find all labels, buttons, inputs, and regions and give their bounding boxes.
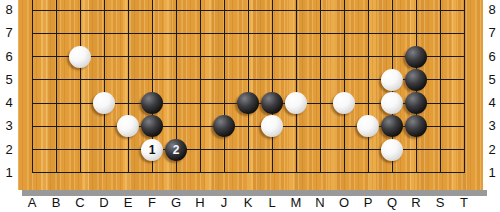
board-intersection[interactable]: [452, 138, 476, 161]
board-intersection[interactable]: [116, 22, 140, 45]
board-intersection[interactable]: [332, 161, 356, 184]
board-intersection[interactable]: [332, 45, 356, 68]
board-intersection[interactable]: [44, 0, 68, 22]
board-intersection[interactable]: [380, 68, 404, 91]
white-stone: [381, 139, 403, 161]
board-intersection[interactable]: [236, 161, 260, 184]
board-intersection[interactable]: [212, 22, 236, 45]
column-label: C: [68, 195, 92, 212]
row-label-right: 2: [484, 142, 500, 158]
board-intersection[interactable]: [140, 91, 164, 114]
row-label-left: 5: [1, 72, 17, 88]
white-stone: [357, 115, 379, 137]
board-intersection[interactable]: [260, 115, 284, 138]
board-grid: 12: [20, 0, 476, 185]
white-stone: [117, 115, 139, 137]
column-label: L: [260, 195, 284, 212]
board-intersection[interactable]: [380, 91, 404, 114]
board-intersection[interactable]: [260, 0, 284, 22]
row-label-right: 6: [484, 49, 500, 65]
board-intersection[interactable]: [452, 22, 476, 45]
board-intersection[interactable]: [212, 115, 236, 138]
row-label-right: 4: [484, 95, 500, 111]
column-label: P: [356, 195, 380, 212]
board-intersection[interactable]: [332, 91, 356, 114]
board-intersection[interactable]: [44, 161, 68, 184]
board-intersection[interactable]: [428, 68, 452, 91]
board-intersection[interactable]: [140, 68, 164, 91]
board-intersection[interactable]: [356, 161, 380, 184]
board-intersection[interactable]: [68, 45, 92, 68]
column-label: B: [44, 195, 68, 212]
board-intersection[interactable]: [20, 0, 44, 22]
row-label-left: 7: [1, 25, 17, 41]
board-intersection[interactable]: [404, 115, 428, 138]
board-intersection[interactable]: [260, 68, 284, 91]
row-label-left: 1: [1, 165, 17, 181]
board-intersection[interactable]: [428, 138, 452, 161]
board-intersection[interactable]: [92, 45, 116, 68]
board-intersection[interactable]: [284, 161, 308, 184]
board-intersection[interactable]: [404, 45, 428, 68]
black-stone: [213, 115, 235, 137]
board-intersection[interactable]: [356, 115, 380, 138]
black-stone: [141, 115, 163, 137]
board-intersection[interactable]: [44, 115, 68, 138]
board-intersection[interactable]: [380, 115, 404, 138]
board-intersection[interactable]: [428, 0, 452, 22]
board-intersection[interactable]: [20, 115, 44, 138]
black-stone: [141, 92, 163, 114]
white-stone: [261, 115, 283, 137]
board-intersection[interactable]: [188, 161, 212, 184]
board-intersection[interactable]: [140, 0, 164, 22]
row-label-right: 3: [484, 118, 500, 134]
board-intersection[interactable]: [308, 91, 332, 114]
board-intersection[interactable]: [140, 161, 164, 184]
black-stone: [237, 92, 259, 114]
board-intersection[interactable]: [164, 91, 188, 114]
board-intersection[interactable]: [380, 45, 404, 68]
board-intersection[interactable]: [404, 22, 428, 45]
column-label: S: [428, 195, 452, 212]
board-intersection[interactable]: [284, 68, 308, 91]
column-label: N: [308, 195, 332, 212]
black-stone: 2: [165, 139, 187, 161]
column-label: F: [140, 195, 164, 212]
board-intersection[interactable]: [260, 22, 284, 45]
black-stone: [261, 92, 283, 114]
board-intersection[interactable]: [452, 91, 476, 114]
board-intersection[interactable]: [428, 22, 452, 45]
row-label-left: 2: [1, 142, 17, 158]
board-intersection[interactable]: [212, 68, 236, 91]
board-intersection[interactable]: [92, 22, 116, 45]
move-number-label: 1: [149, 144, 156, 156]
board-intersection[interactable]: [92, 68, 116, 91]
board-intersection[interactable]: [116, 0, 140, 22]
white-stone: 1: [141, 139, 163, 161]
board-intersection[interactable]: [404, 68, 428, 91]
board-intersection[interactable]: [452, 45, 476, 68]
board-intersection[interactable]: [116, 91, 140, 114]
board-intersection[interactable]: [332, 138, 356, 161]
board-intersection[interactable]: [380, 161, 404, 184]
column-label: A: [20, 195, 44, 212]
board-intersection[interactable]: [332, 68, 356, 91]
board-intersection[interactable]: [236, 138, 260, 161]
board-intersection[interactable]: [380, 0, 404, 22]
board-intersection[interactable]: [212, 45, 236, 68]
board-intersection[interactable]: [236, 115, 260, 138]
board-intersection[interactable]: [308, 115, 332, 138]
board-intersection[interactable]: [308, 0, 332, 22]
board-intersection[interactable]: [68, 138, 92, 161]
board-intersection[interactable]: [260, 45, 284, 68]
board-intersection[interactable]: [356, 0, 380, 22]
board-intersection[interactable]: [116, 138, 140, 161]
board-intersection[interactable]: [164, 161, 188, 184]
board-intersection[interactable]: [188, 91, 212, 114]
board-intersection[interactable]: [188, 22, 212, 45]
board-intersection[interactable]: [284, 0, 308, 22]
board-intersection[interactable]: [212, 161, 236, 184]
white-stone: [333, 92, 355, 114]
board-intersection[interactable]: [356, 45, 380, 68]
board-intersection[interactable]: [236, 91, 260, 114]
board-intersection[interactable]: [116, 68, 140, 91]
board-intersection[interactable]: [260, 161, 284, 184]
row-label-right: 5: [484, 72, 500, 88]
board-intersection[interactable]: [308, 45, 332, 68]
board-intersection[interactable]: [92, 161, 116, 184]
white-stone: [381, 92, 403, 114]
column-label: T: [452, 195, 476, 212]
black-stone: [405, 46, 427, 68]
column-label: H: [188, 195, 212, 212]
board-intersection[interactable]: [164, 45, 188, 68]
white-stone: [285, 92, 307, 114]
board-intersection[interactable]: [140, 45, 164, 68]
board-intersection[interactable]: [116, 115, 140, 138]
board-intersection[interactable]: [68, 68, 92, 91]
row-label-right: 8: [484, 2, 500, 18]
board-intersection[interactable]: [236, 68, 260, 91]
board-intersection[interactable]: 2: [164, 138, 188, 161]
board-intersection[interactable]: [404, 0, 428, 22]
column-label: K: [236, 195, 260, 212]
black-stone: [381, 115, 403, 137]
board-intersection[interactable]: [236, 45, 260, 68]
board-intersection[interactable]: [236, 22, 260, 45]
board-intersection[interactable]: [452, 115, 476, 138]
board-intersection[interactable]: [404, 161, 428, 184]
board-intersection[interactable]: [68, 91, 92, 114]
board-intersection[interactable]: [428, 115, 452, 138]
black-stone: [405, 69, 427, 91]
white-stone: [381, 69, 403, 91]
board-intersection[interactable]: [68, 22, 92, 45]
board-intersection[interactable]: [20, 22, 44, 45]
board-intersection[interactable]: [284, 22, 308, 45]
column-label: M: [284, 195, 308, 212]
board-intersection[interactable]: [404, 138, 428, 161]
board-intersection[interactable]: [92, 0, 116, 22]
board-intersection[interactable]: [92, 115, 116, 138]
board-intersection[interactable]: [380, 22, 404, 45]
board-intersection[interactable]: [164, 22, 188, 45]
board-intersection[interactable]: [380, 138, 404, 161]
board-intersection[interactable]: [68, 161, 92, 184]
board-intersection[interactable]: [44, 138, 68, 161]
go-board: 12: [18, 0, 483, 190]
board-intersection[interactable]: [308, 22, 332, 45]
board-intersection[interactable]: [68, 0, 92, 22]
board-intersection[interactable]: [404, 91, 428, 114]
column-label: R: [404, 195, 428, 212]
board-intersection[interactable]: [188, 45, 212, 68]
board-intersection[interactable]: [428, 45, 452, 68]
board-intersection[interactable]: [260, 91, 284, 114]
board-intersection[interactable]: [212, 0, 236, 22]
board-intersection[interactable]: [212, 91, 236, 114]
board-intersection[interactable]: [140, 115, 164, 138]
board-intersection[interactable]: [428, 91, 452, 114]
board-intersection[interactable]: [284, 138, 308, 161]
board-intersection[interactable]: [164, 68, 188, 91]
board-intersection[interactable]: [332, 0, 356, 22]
board-intersection[interactable]: [164, 115, 188, 138]
board-intersection[interactable]: [356, 22, 380, 45]
board-intersection[interactable]: [20, 45, 44, 68]
board-intersection[interactable]: [44, 45, 68, 68]
black-stone: [405, 115, 427, 137]
board-intersection[interactable]: [44, 22, 68, 45]
board-intersection[interactable]: [356, 91, 380, 114]
board-intersection[interactable]: [116, 45, 140, 68]
board-intersection[interactable]: [44, 91, 68, 114]
board-intersection[interactable]: [284, 91, 308, 114]
go-diagram: 12 87654321 87654321 ABCDEFGHJKLMNOPQRST: [0, 0, 500, 212]
board-intersection[interactable]: [332, 115, 356, 138]
board-intersection[interactable]: [236, 0, 260, 22]
row-label-right: 1: [484, 165, 500, 181]
board-intersection[interactable]: [140, 22, 164, 45]
board-intersection[interactable]: [260, 138, 284, 161]
board-intersection[interactable]: [188, 138, 212, 161]
column-label: Q: [380, 195, 404, 212]
column-label: O: [332, 195, 356, 212]
board-intersection[interactable]: [284, 115, 308, 138]
board-intersection[interactable]: [92, 138, 116, 161]
board-intersection[interactable]: [188, 68, 212, 91]
board-intersection[interactable]: [332, 22, 356, 45]
white-stone: [93, 92, 115, 114]
board-intersection[interactable]: [188, 0, 212, 22]
column-label: G: [164, 195, 188, 212]
column-label: D: [92, 195, 116, 212]
board-intersection[interactable]: [308, 161, 332, 184]
board-intersection[interactable]: [20, 161, 44, 184]
board-intersection[interactable]: [308, 68, 332, 91]
board-intersection[interactable]: [116, 161, 140, 184]
board-intersection[interactable]: [164, 0, 188, 22]
board-intersection[interactable]: [188, 115, 212, 138]
board-intersection[interactable]: [452, 0, 476, 22]
board-intersection[interactable]: [452, 161, 476, 184]
board-intersection[interactable]: [20, 68, 44, 91]
column-label: E: [116, 195, 140, 212]
board-intersection[interactable]: [428, 161, 452, 184]
board-intersection[interactable]: [212, 138, 236, 161]
board-intersection[interactable]: [44, 68, 68, 91]
board-intersection[interactable]: [452, 68, 476, 91]
board-intersection[interactable]: [20, 91, 44, 114]
row-label-left: 3: [1, 118, 17, 134]
board-intersection[interactable]: 1: [140, 138, 164, 161]
board-intersection[interactable]: [20, 138, 44, 161]
black-stone: [405, 92, 427, 114]
row-label-right: 7: [484, 25, 500, 41]
row-label-left: 6: [1, 49, 17, 65]
row-label-left: 4: [1, 95, 17, 111]
board-intersection[interactable]: [308, 138, 332, 161]
board-intersection[interactable]: [356, 138, 380, 161]
column-label: J: [212, 195, 236, 212]
board-intersection[interactable]: [284, 45, 308, 68]
board-intersection[interactable]: [92, 91, 116, 114]
board-intersection[interactable]: [356, 68, 380, 91]
move-number-label: 2: [173, 144, 180, 156]
white-stone: [69, 46, 91, 68]
row-label-left: 8: [1, 2, 17, 18]
board-intersection[interactable]: [68, 115, 92, 138]
